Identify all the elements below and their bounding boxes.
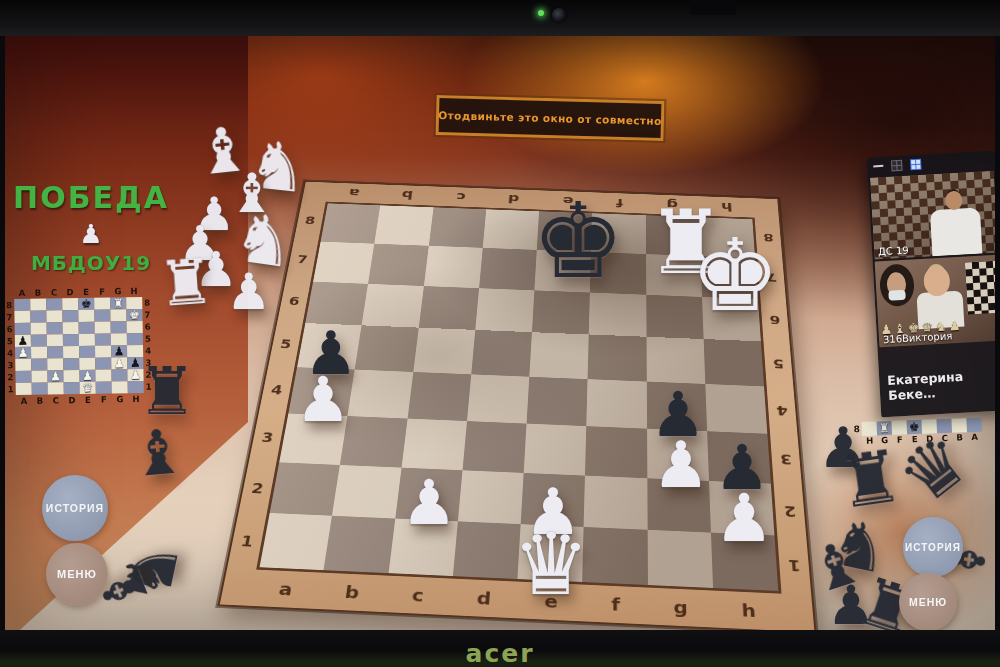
- mini-label: [4, 287, 14, 299]
- mini-square-c1: [48, 382, 64, 394]
- piece-e1-white-queen[interactable]: ♛: [512, 521, 589, 607]
- square-f5[interactable]: [588, 335, 647, 382]
- mini-square-f3: [95, 357, 111, 369]
- mini-label: 7: [4, 311, 14, 323]
- mini-square-e6: [79, 322, 95, 334]
- mini-label: 4: [5, 347, 15, 359]
- mini-square-f6: [95, 321, 111, 333]
- mini-label: [144, 393, 154, 405]
- mini-square-c4: [47, 346, 63, 358]
- fragment-file-label-B: B: [952, 432, 967, 443]
- piece-g3-white-pawn[interactable]: ♟: [652, 433, 709, 497]
- fragment-piece: ♚: [909, 420, 920, 434]
- mini-square-a3: [15, 359, 31, 371]
- mini-label: F: [96, 393, 112, 405]
- fragment-file-label-D: D: [922, 433, 937, 444]
- mini-square-h1: [128, 381, 144, 393]
- grid-view-active-icon[interactable]: [910, 158, 922, 170]
- rank-label-8: 8: [304, 214, 316, 227]
- mini-square-a1: [16, 383, 32, 395]
- mini-piece-c2: ♟: [50, 370, 61, 382]
- mini-label: 8: [142, 297, 152, 309]
- mini-square-f7: [94, 309, 110, 321]
- square-f2[interactable]: [584, 475, 647, 530]
- square-a2[interactable]: [270, 462, 340, 516]
- captured-black-piece: ♝: [128, 420, 189, 487]
- mini-square-b8: [30, 299, 46, 311]
- square-a8[interactable]: [321, 203, 381, 243]
- mini-square-c2: ♟: [47, 370, 63, 382]
- square-b1[interactable]: [324, 516, 395, 573]
- square-e3[interactable]: [524, 423, 587, 475]
- mini-square-d2: [63, 370, 79, 382]
- mini-square-a8: [14, 299, 30, 311]
- mini-label: 1: [6, 383, 16, 395]
- piece-h2-white-pawn[interactable]: ♟: [714, 486, 773, 552]
- file-label-g: g: [673, 597, 688, 619]
- fragment-file-label-A: A: [967, 432, 982, 443]
- file-label-b: b: [344, 581, 361, 602]
- piece-e8-black-king[interactable]: ♚: [531, 189, 624, 293]
- piece-c2-white-pawn[interactable]: ♟: [401, 472, 457, 534]
- fragment-file-label-C: C: [937, 433, 952, 444]
- file-label-d: d: [476, 588, 492, 610]
- fragment-square-g8: ♜: [877, 421, 892, 436]
- mini-piece-a4: ♟: [18, 347, 29, 359]
- mini-label: 2: [5, 371, 15, 383]
- mini-piece-g8: ♜: [113, 297, 124, 309]
- fragment-file-label-E: E: [907, 434, 922, 445]
- fragment-square-a8: [967, 418, 982, 433]
- fragment-square-h8: [862, 421, 877, 436]
- laptop-photo: abcdefgh 87654321 87654321 abcdefgh ♚♜♚♟…: [0, 0, 1000, 667]
- mini-label: E: [80, 394, 96, 406]
- mini-label: H: [128, 393, 144, 405]
- mini-label: B: [30, 287, 46, 299]
- mini-square-f4: [95, 345, 111, 357]
- victory-block: ПОБЕДА ♟ МБДОУ19: [6, 180, 176, 275]
- square-b8[interactable]: [374, 205, 433, 245]
- mini-square-d1: [64, 382, 80, 394]
- file-label-h: h: [741, 600, 756, 622]
- face-mask: [888, 290, 906, 301]
- square-b5[interactable]: [355, 325, 418, 371]
- rank-label-2: 2: [783, 503, 796, 520]
- history-button-right[interactable]: ИСТОРИЯ: [903, 517, 963, 577]
- mini-piece-e1: ♛: [82, 382, 93, 394]
- mini-label: A: [16, 395, 32, 407]
- mini-square-h5: [127, 333, 143, 345]
- mini-square-a4: ♟: [15, 347, 31, 359]
- mini-square-e7: [78, 310, 94, 322]
- mini-label: 3: [5, 359, 15, 371]
- rank-label-3: 3: [260, 429, 274, 445]
- mini-square-f1: [96, 381, 112, 393]
- mini-piece-h7: ♚: [129, 309, 140, 321]
- mini-piece-h2: ♟: [130, 369, 141, 381]
- webcam: [552, 8, 566, 22]
- rank-label-3: 3: [779, 451, 792, 467]
- square-e5[interactable]: [529, 332, 589, 379]
- game-screen: abcdefgh 87654321 87654321 abcdefgh ♚♜♚♟…: [0, 36, 1000, 630]
- fragment-square-f8: [892, 420, 907, 435]
- mini-square-d8: [62, 298, 78, 310]
- mini-square-d6: [63, 322, 79, 334]
- mini-square-c7: [46, 310, 62, 322]
- square-f4[interactable]: [587, 379, 647, 428]
- mini-square-b2: [31, 371, 47, 383]
- laptop-right-bezel: [995, 0, 1000, 667]
- rank-label-5: 5: [279, 337, 293, 351]
- mini-label: 5: [5, 335, 15, 347]
- white-pawn-icon: ♟: [6, 219, 176, 249]
- mini-square-b5: [31, 335, 47, 347]
- square-c8[interactable]: [428, 207, 486, 247]
- fragment-square-c8: [937, 419, 952, 434]
- fragment-piece: ♜: [879, 421, 890, 435]
- winner-name: МБДОУ19: [6, 251, 176, 275]
- mini-piece-e8: ♚: [81, 298, 92, 310]
- square-d1[interactable]: [453, 522, 521, 579]
- fragment-file-label-F: F: [892, 434, 907, 445]
- mini-square-c5: [47, 334, 63, 346]
- fragment-file-label-G: G: [877, 435, 892, 446]
- mini-label: C: [46, 286, 62, 298]
- overflow-participant-name: Екатерина Беке…: [879, 366, 1000, 403]
- square-d6[interactable]: [475, 288, 534, 332]
- mini-label: 7: [142, 309, 152, 321]
- fragment-square-d8: [922, 419, 937, 434]
- participant-tile-2[interactable]: ♟♝♚♛♞♟ 316Виктория: [875, 255, 1000, 348]
- laptop-left-bezel: [0, 0, 5, 667]
- square-a7[interactable]: [313, 241, 374, 283]
- mini-square-g3: ♟: [111, 357, 127, 369]
- rank-label-5: 5: [772, 357, 784, 372]
- mini-label: 5: [143, 333, 153, 345]
- mini-label: 4: [143, 345, 153, 357]
- minimize-icon[interactable]: [873, 165, 883, 168]
- mini-square-e1: ♛: [80, 382, 96, 394]
- mini-square-b6: [31, 323, 47, 335]
- square-b7[interactable]: [368, 244, 428, 286]
- mini-square-f8: [94, 297, 110, 309]
- mini-label: F: [94, 285, 110, 297]
- rank-label-2: 2: [250, 480, 265, 497]
- mini-label: G: [112, 393, 128, 405]
- square-g5[interactable]: [646, 337, 705, 384]
- rank-label-1: 1: [787, 557, 801, 575]
- file-label-a: a: [348, 186, 361, 200]
- square-d7[interactable]: [479, 248, 537, 290]
- mini-label: B: [32, 395, 48, 407]
- square-h4[interactable]: [705, 384, 767, 434]
- square-c3[interactable]: [401, 418, 467, 470]
- mini-square-e8: ♚: [78, 298, 94, 310]
- mini-board-right-fragment: 8 ♜♚ HGFEDCBA: [852, 418, 983, 447]
- file-label-c: c: [411, 585, 425, 606]
- mini-square-f5: [95, 333, 111, 345]
- acer-logo: acer: [466, 639, 535, 667]
- banner-text: Отодвиньте это окно от совместно: [438, 109, 662, 127]
- mini-square-g1: [112, 381, 128, 393]
- mini-square-h6: [127, 321, 143, 333]
- laptop-top-bezel: [0, 0, 1000, 36]
- mini-label: 2: [143, 369, 153, 381]
- rank-label-1: 1: [239, 532, 254, 550]
- mini-square-f2: [95, 369, 111, 381]
- mini-label: H: [126, 285, 142, 297]
- fragment-rank-label: 8: [852, 422, 862, 436]
- mini-label: 6: [5, 323, 15, 335]
- mini-square-h2: ♟: [127, 369, 143, 381]
- mini-square-d7: [62, 310, 78, 322]
- square-c5[interactable]: [413, 328, 475, 375]
- square-d5[interactable]: [471, 330, 532, 377]
- square-a1[interactable]: [260, 513, 333, 570]
- mini-square-d5: [63, 334, 79, 346]
- rank-label-4: 4: [776, 403, 788, 419]
- mini-square-d3: [63, 358, 79, 370]
- video-call-panel: ДС 19 ♟♝♚♛♞♟ 316Виктория Екатерина Беке…: [867, 151, 1000, 418]
- square-f1[interactable]: [582, 527, 647, 585]
- mini-label: D: [62, 286, 78, 298]
- piece-a4-white-pawn[interactable]: ♟: [295, 369, 351, 431]
- mini-square-e5: [79, 334, 95, 346]
- file-label-b: b: [401, 188, 414, 202]
- mini-square-g8: ♜: [110, 297, 126, 309]
- mini-square-b3: [31, 359, 47, 371]
- mini-square-b4: [31, 347, 47, 359]
- victory-title: ПОБЕДА: [6, 180, 176, 215]
- mini-square-b1: [32, 383, 48, 395]
- square-b6[interactable]: [362, 284, 424, 328]
- square-c7[interactable]: [424, 246, 483, 288]
- mini-label: 6: [143, 321, 153, 333]
- mini-square-g7: [110, 309, 126, 321]
- laptop-bottom-bezel: acer: [0, 630, 1000, 667]
- webcam-led-icon: [538, 10, 544, 16]
- file-label-f: f: [611, 594, 620, 615]
- mini-piece-g3: ♟: [114, 357, 125, 369]
- square-g1[interactable]: [647, 530, 713, 588]
- square-d3[interactable]: [462, 421, 526, 473]
- mini-square-h7: ♚: [126, 309, 142, 321]
- mini-square-a2: [15, 371, 31, 383]
- captured-white-piece: ♟: [227, 267, 272, 317]
- square-h5[interactable]: [703, 339, 764, 386]
- participant-tile-1[interactable]: ДС 19: [870, 171, 998, 260]
- square-b2[interactable]: [332, 465, 401, 519]
- mini-label: 3: [143, 357, 153, 369]
- mini-label: D: [64, 394, 80, 406]
- mini-square-g6: [111, 321, 127, 333]
- square-c6[interactable]: [418, 286, 479, 330]
- file-label-a: a: [277, 578, 294, 599]
- mini-board-left: ABCDEFGH8♚♜87♚7665♟54♟♟43♟♟32♟♟♟21♛1ABCD…: [4, 285, 154, 408]
- mini-label: 1: [144, 381, 154, 393]
- mini-square-c8: [46, 298, 62, 310]
- participant-1-figure: [930, 208, 982, 257]
- fragment-square-e8: ♚: [907, 420, 922, 435]
- mini-square-g2: [111, 369, 127, 381]
- mini-label: A: [14, 287, 30, 299]
- floating-window-banner[interactable]: Отодвиньте это окно от совместно: [436, 95, 665, 141]
- mini-square-b7: [30, 311, 46, 323]
- rank-label-4: 4: [270, 382, 284, 397]
- gallery-view-icon[interactable]: [891, 159, 903, 171]
- square-f3[interactable]: [585, 426, 647, 478]
- rank-label-6: 6: [288, 294, 301, 308]
- mini-square-c6: [47, 322, 63, 334]
- mini-square-e4: [79, 346, 95, 358]
- file-label-c: c: [455, 190, 466, 204]
- mini-square-a7: [14, 311, 30, 323]
- participant-1-label: ДС 19: [878, 245, 909, 258]
- mini-label: C: [48, 394, 64, 406]
- square-e4[interactable]: [527, 377, 588, 426]
- mini-label: [6, 395, 16, 407]
- fragment-file-label-H: H: [862, 435, 877, 446]
- mini-square-d4: [63, 346, 79, 358]
- file-label-d: d: [508, 192, 520, 206]
- menu-button-left[interactable]: МЕНЮ: [46, 543, 108, 605]
- mini-label: [142, 285, 152, 297]
- fragment-square-b8: [952, 418, 967, 433]
- bezel-slot: [690, 0, 736, 15]
- piece-h7-white-king[interactable]: ♚: [690, 226, 780, 326]
- rank-label-7: 7: [296, 253, 309, 266]
- mini-label: 8: [4, 299, 14, 311]
- menu-button-right[interactable]: МЕНЮ: [899, 573, 957, 630]
- square-c4[interactable]: [407, 372, 471, 421]
- history-button-left[interactable]: ИСТОРИЯ: [42, 475, 108, 541]
- square-d4[interactable]: [467, 374, 530, 423]
